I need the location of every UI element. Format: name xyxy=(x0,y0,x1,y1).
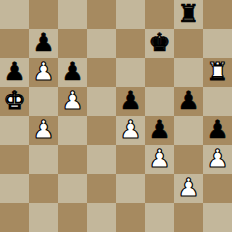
square-c4[interactable] xyxy=(58,116,87,145)
square-e4[interactable]: ♟ xyxy=(116,116,145,145)
square-c7[interactable] xyxy=(58,29,87,58)
piece-black-pawn[interactable]: ♟ xyxy=(148,115,170,144)
square-a5[interactable]: ♚ xyxy=(0,87,29,116)
square-f8[interactable] xyxy=(145,0,174,29)
square-e1[interactable] xyxy=(116,203,145,232)
square-h6[interactable]: ♜ xyxy=(203,58,232,87)
piece-black-rook[interactable]: ♜ xyxy=(177,0,199,28)
square-d5[interactable] xyxy=(87,87,116,116)
square-b7[interactable]: ♟ xyxy=(29,29,58,58)
piece-black-pawn[interactable]: ♟ xyxy=(177,86,199,115)
piece-black-pawn[interactable]: ♟ xyxy=(61,57,83,86)
square-e6[interactable] xyxy=(116,58,145,87)
square-g7[interactable] xyxy=(174,29,203,58)
square-c2[interactable] xyxy=(58,174,87,203)
square-d2[interactable] xyxy=(87,174,116,203)
square-h7[interactable] xyxy=(203,29,232,58)
square-d7[interactable] xyxy=(87,29,116,58)
piece-white-pawn[interactable]: ♟ xyxy=(61,86,83,115)
piece-white-king[interactable]: ♚ xyxy=(3,86,25,115)
square-f5[interactable] xyxy=(145,87,174,116)
square-b3[interactable] xyxy=(29,145,58,174)
square-e8[interactable] xyxy=(116,0,145,29)
square-h2[interactable] xyxy=(203,174,232,203)
square-f2[interactable] xyxy=(145,174,174,203)
square-b1[interactable] xyxy=(29,203,58,232)
piece-black-pawn[interactable]: ♟ xyxy=(32,28,54,57)
piece-white-pawn[interactable]: ♟ xyxy=(148,144,170,173)
piece-white-pawn[interactable]: ♟ xyxy=(119,115,141,144)
square-g1[interactable] xyxy=(174,203,203,232)
square-a7[interactable] xyxy=(0,29,29,58)
square-b8[interactable] xyxy=(29,0,58,29)
square-b4[interactable]: ♟ xyxy=(29,116,58,145)
square-a8[interactable] xyxy=(0,0,29,29)
piece-white-pawn[interactable]: ♟ xyxy=(206,144,228,173)
piece-white-pawn[interactable]: ♟ xyxy=(32,57,54,86)
square-e5[interactable]: ♟ xyxy=(116,87,145,116)
square-d4[interactable] xyxy=(87,116,116,145)
square-e7[interactable] xyxy=(116,29,145,58)
square-c1[interactable] xyxy=(58,203,87,232)
square-f6[interactable] xyxy=(145,58,174,87)
square-d3[interactable] xyxy=(87,145,116,174)
square-b2[interactable] xyxy=(29,174,58,203)
square-e3[interactable] xyxy=(116,145,145,174)
square-h8[interactable] xyxy=(203,0,232,29)
square-f1[interactable] xyxy=(145,203,174,232)
square-g2[interactable]: ♟ xyxy=(174,174,203,203)
square-g3[interactable] xyxy=(174,145,203,174)
square-d6[interactable] xyxy=(87,58,116,87)
square-d1[interactable] xyxy=(87,203,116,232)
piece-black-pawn[interactable]: ♟ xyxy=(206,115,228,144)
square-c5[interactable]: ♟ xyxy=(58,87,87,116)
square-d8[interactable] xyxy=(87,0,116,29)
piece-white-pawn[interactable]: ♟ xyxy=(177,173,199,202)
square-a1[interactable] xyxy=(0,203,29,232)
square-f3[interactable]: ♟ xyxy=(145,145,174,174)
square-f7[interactable]: ♚ xyxy=(145,29,174,58)
square-g8[interactable]: ♜ xyxy=(174,0,203,29)
chess-board: ♜♟♚♟♟♟♜♚♟♟♟♟♟♟♟♟♟♟ xyxy=(0,0,232,232)
square-a3[interactable] xyxy=(0,145,29,174)
square-g6[interactable] xyxy=(174,58,203,87)
square-b6[interactable]: ♟ xyxy=(29,58,58,87)
square-g5[interactable]: ♟ xyxy=(174,87,203,116)
square-c3[interactable] xyxy=(58,145,87,174)
square-c6[interactable]: ♟ xyxy=(58,58,87,87)
piece-black-king[interactable]: ♚ xyxy=(148,28,170,57)
square-g4[interactable] xyxy=(174,116,203,145)
square-c8[interactable] xyxy=(58,0,87,29)
piece-white-pawn[interactable]: ♟ xyxy=(32,115,54,144)
piece-white-rook[interactable]: ♜ xyxy=(206,57,228,86)
square-h3[interactable]: ♟ xyxy=(203,145,232,174)
square-b5[interactable] xyxy=(29,87,58,116)
piece-black-pawn[interactable]: ♟ xyxy=(3,57,25,86)
piece-black-pawn[interactable]: ♟ xyxy=(119,86,141,115)
square-a4[interactable] xyxy=(0,116,29,145)
square-h1[interactable] xyxy=(203,203,232,232)
square-e2[interactable] xyxy=(116,174,145,203)
square-h4[interactable]: ♟ xyxy=(203,116,232,145)
square-f4[interactable]: ♟ xyxy=(145,116,174,145)
square-a2[interactable] xyxy=(0,174,29,203)
square-a6[interactable]: ♟ xyxy=(0,58,29,87)
square-h5[interactable] xyxy=(203,87,232,116)
